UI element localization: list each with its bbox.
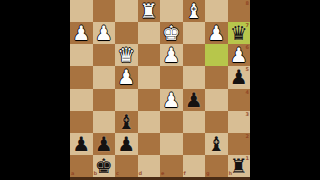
rank-label-8: 8 [246, 1, 249, 6]
black-pawn: ♟ [228, 66, 251, 88]
square-d6[interactable] [138, 44, 161, 66]
square-e1[interactable]: e [160, 155, 183, 177]
square-g7[interactable]: ♟ [205, 22, 228, 44]
square-f3[interactable] [183, 111, 206, 133]
square-c4[interactable] [115, 89, 138, 111]
letterbox-right [250, 0, 320, 180]
square-d2[interactable] [138, 133, 161, 155]
chess-app-viewport: ♜♝8♟♟♚♟♛7♛♟♟6♟♟5♟♟4♝3♟♟♟♝2a♚bcdefg♜1h [0, 0, 320, 180]
letterbox-left [0, 0, 70, 180]
square-g6[interactable] [205, 44, 228, 66]
square-b8[interactable] [93, 0, 116, 22]
black-queen: ♛ [228, 22, 251, 44]
square-g4[interactable] [205, 89, 228, 111]
white-pawn: ♟ [70, 22, 93, 44]
square-e6[interactable]: ♟ [160, 44, 183, 66]
square-d8[interactable]: ♜ [138, 0, 161, 22]
white-rook: ♜ [138, 0, 161, 22]
black-rook: ♜ [228, 155, 251, 177]
square-h7[interactable]: ♛7 [228, 22, 251, 44]
square-f6[interactable] [183, 44, 206, 66]
file-label-h: h [229, 171, 233, 176]
square-d7[interactable] [138, 22, 161, 44]
rank-label-4: 4 [246, 90, 249, 95]
square-c6[interactable]: ♛ [115, 44, 138, 66]
square-h1[interactable]: ♜1h [228, 155, 251, 177]
black-pawn: ♟ [70, 133, 93, 155]
file-label-b: b [94, 171, 98, 176]
white-king: ♚ [160, 22, 183, 44]
square-d5[interactable] [138, 66, 161, 88]
rank-label-2: 2 [246, 134, 249, 139]
square-h2[interactable]: 2 [228, 133, 251, 155]
file-label-d: d [139, 171, 143, 176]
square-h3[interactable]: 3 [228, 111, 251, 133]
square-b6[interactable] [93, 44, 116, 66]
square-a4[interactable] [70, 89, 93, 111]
rank-label-1: 1 [246, 156, 249, 161]
square-f5[interactable] [183, 66, 206, 88]
square-g8[interactable] [205, 0, 228, 22]
file-label-f: f [184, 171, 186, 176]
square-g2[interactable]: ♝ [205, 133, 228, 155]
rank-label-5: 5 [246, 67, 249, 72]
white-pawn: ♟ [93, 22, 116, 44]
square-b5[interactable] [93, 66, 116, 88]
square-b2[interactable]: ♟ [93, 133, 116, 155]
black-pawn: ♟ [183, 89, 206, 111]
square-e3[interactable] [160, 111, 183, 133]
square-e2[interactable] [160, 133, 183, 155]
square-c7[interactable] [115, 22, 138, 44]
white-queen: ♛ [115, 44, 138, 66]
square-a3[interactable] [70, 111, 93, 133]
square-h4[interactable]: 4 [228, 89, 251, 111]
square-d1[interactable]: d [138, 155, 161, 177]
square-f2[interactable] [183, 133, 206, 155]
square-a5[interactable] [70, 66, 93, 88]
black-pawn: ♟ [93, 133, 116, 155]
black-king: ♚ [93, 155, 116, 177]
rank-label-7: 7 [246, 23, 249, 28]
black-pawn: ♟ [115, 133, 138, 155]
square-a2[interactable]: ♟ [70, 133, 93, 155]
square-a7[interactable]: ♟ [70, 22, 93, 44]
square-c3[interactable]: ♝ [115, 111, 138, 133]
white-pawn: ♟ [205, 22, 228, 44]
file-label-e: e [161, 171, 164, 176]
black-bishop: ♝ [115, 111, 138, 133]
square-f7[interactable] [183, 22, 206, 44]
square-b3[interactable] [93, 111, 116, 133]
square-a8[interactable] [70, 0, 93, 22]
square-e4[interactable]: ♟ [160, 89, 183, 111]
file-label-a: a [71, 171, 74, 176]
square-f1[interactable]: f [183, 155, 206, 177]
square-g5[interactable] [205, 66, 228, 88]
square-h8[interactable]: 8 [228, 0, 251, 22]
square-h5[interactable]: ♟5 [228, 66, 251, 88]
square-a6[interactable] [70, 44, 93, 66]
white-pawn: ♟ [115, 66, 138, 88]
file-label-g: g [206, 171, 210, 176]
square-g1[interactable]: g [205, 155, 228, 177]
square-b7[interactable]: ♟ [93, 22, 116, 44]
square-b4[interactable] [93, 89, 116, 111]
square-c1[interactable]: c [115, 155, 138, 177]
rank-label-3: 3 [246, 112, 249, 117]
white-pawn: ♟ [228, 44, 251, 66]
square-a1[interactable]: a [70, 155, 93, 177]
square-e7[interactable]: ♚ [160, 22, 183, 44]
square-f8[interactable]: ♝ [183, 0, 206, 22]
square-c2[interactable]: ♟ [115, 133, 138, 155]
chess-board: ♜♝8♟♟♚♟♛7♛♟♟6♟♟5♟♟4♝3♟♟♟♝2a♚bcdefg♜1h [70, 0, 250, 180]
white-pawn: ♟ [160, 44, 183, 66]
square-f4[interactable]: ♟ [183, 89, 206, 111]
square-h6[interactable]: ♟6 [228, 44, 251, 66]
square-d3[interactable] [138, 111, 161, 133]
square-b1[interactable]: ♚b [93, 155, 116, 177]
black-bishop: ♝ [205, 133, 228, 155]
file-label-c: c [116, 171, 119, 176]
rank-label-6: 6 [246, 45, 249, 50]
square-c5[interactable]: ♟ [115, 66, 138, 88]
square-e5[interactable] [160, 66, 183, 88]
square-d4[interactable] [138, 89, 161, 111]
square-g3[interactable] [205, 111, 228, 133]
square-e8[interactable] [160, 0, 183, 22]
white-bishop: ♝ [183, 0, 206, 22]
square-c8[interactable] [115, 0, 138, 22]
white-pawn: ♟ [160, 89, 183, 111]
